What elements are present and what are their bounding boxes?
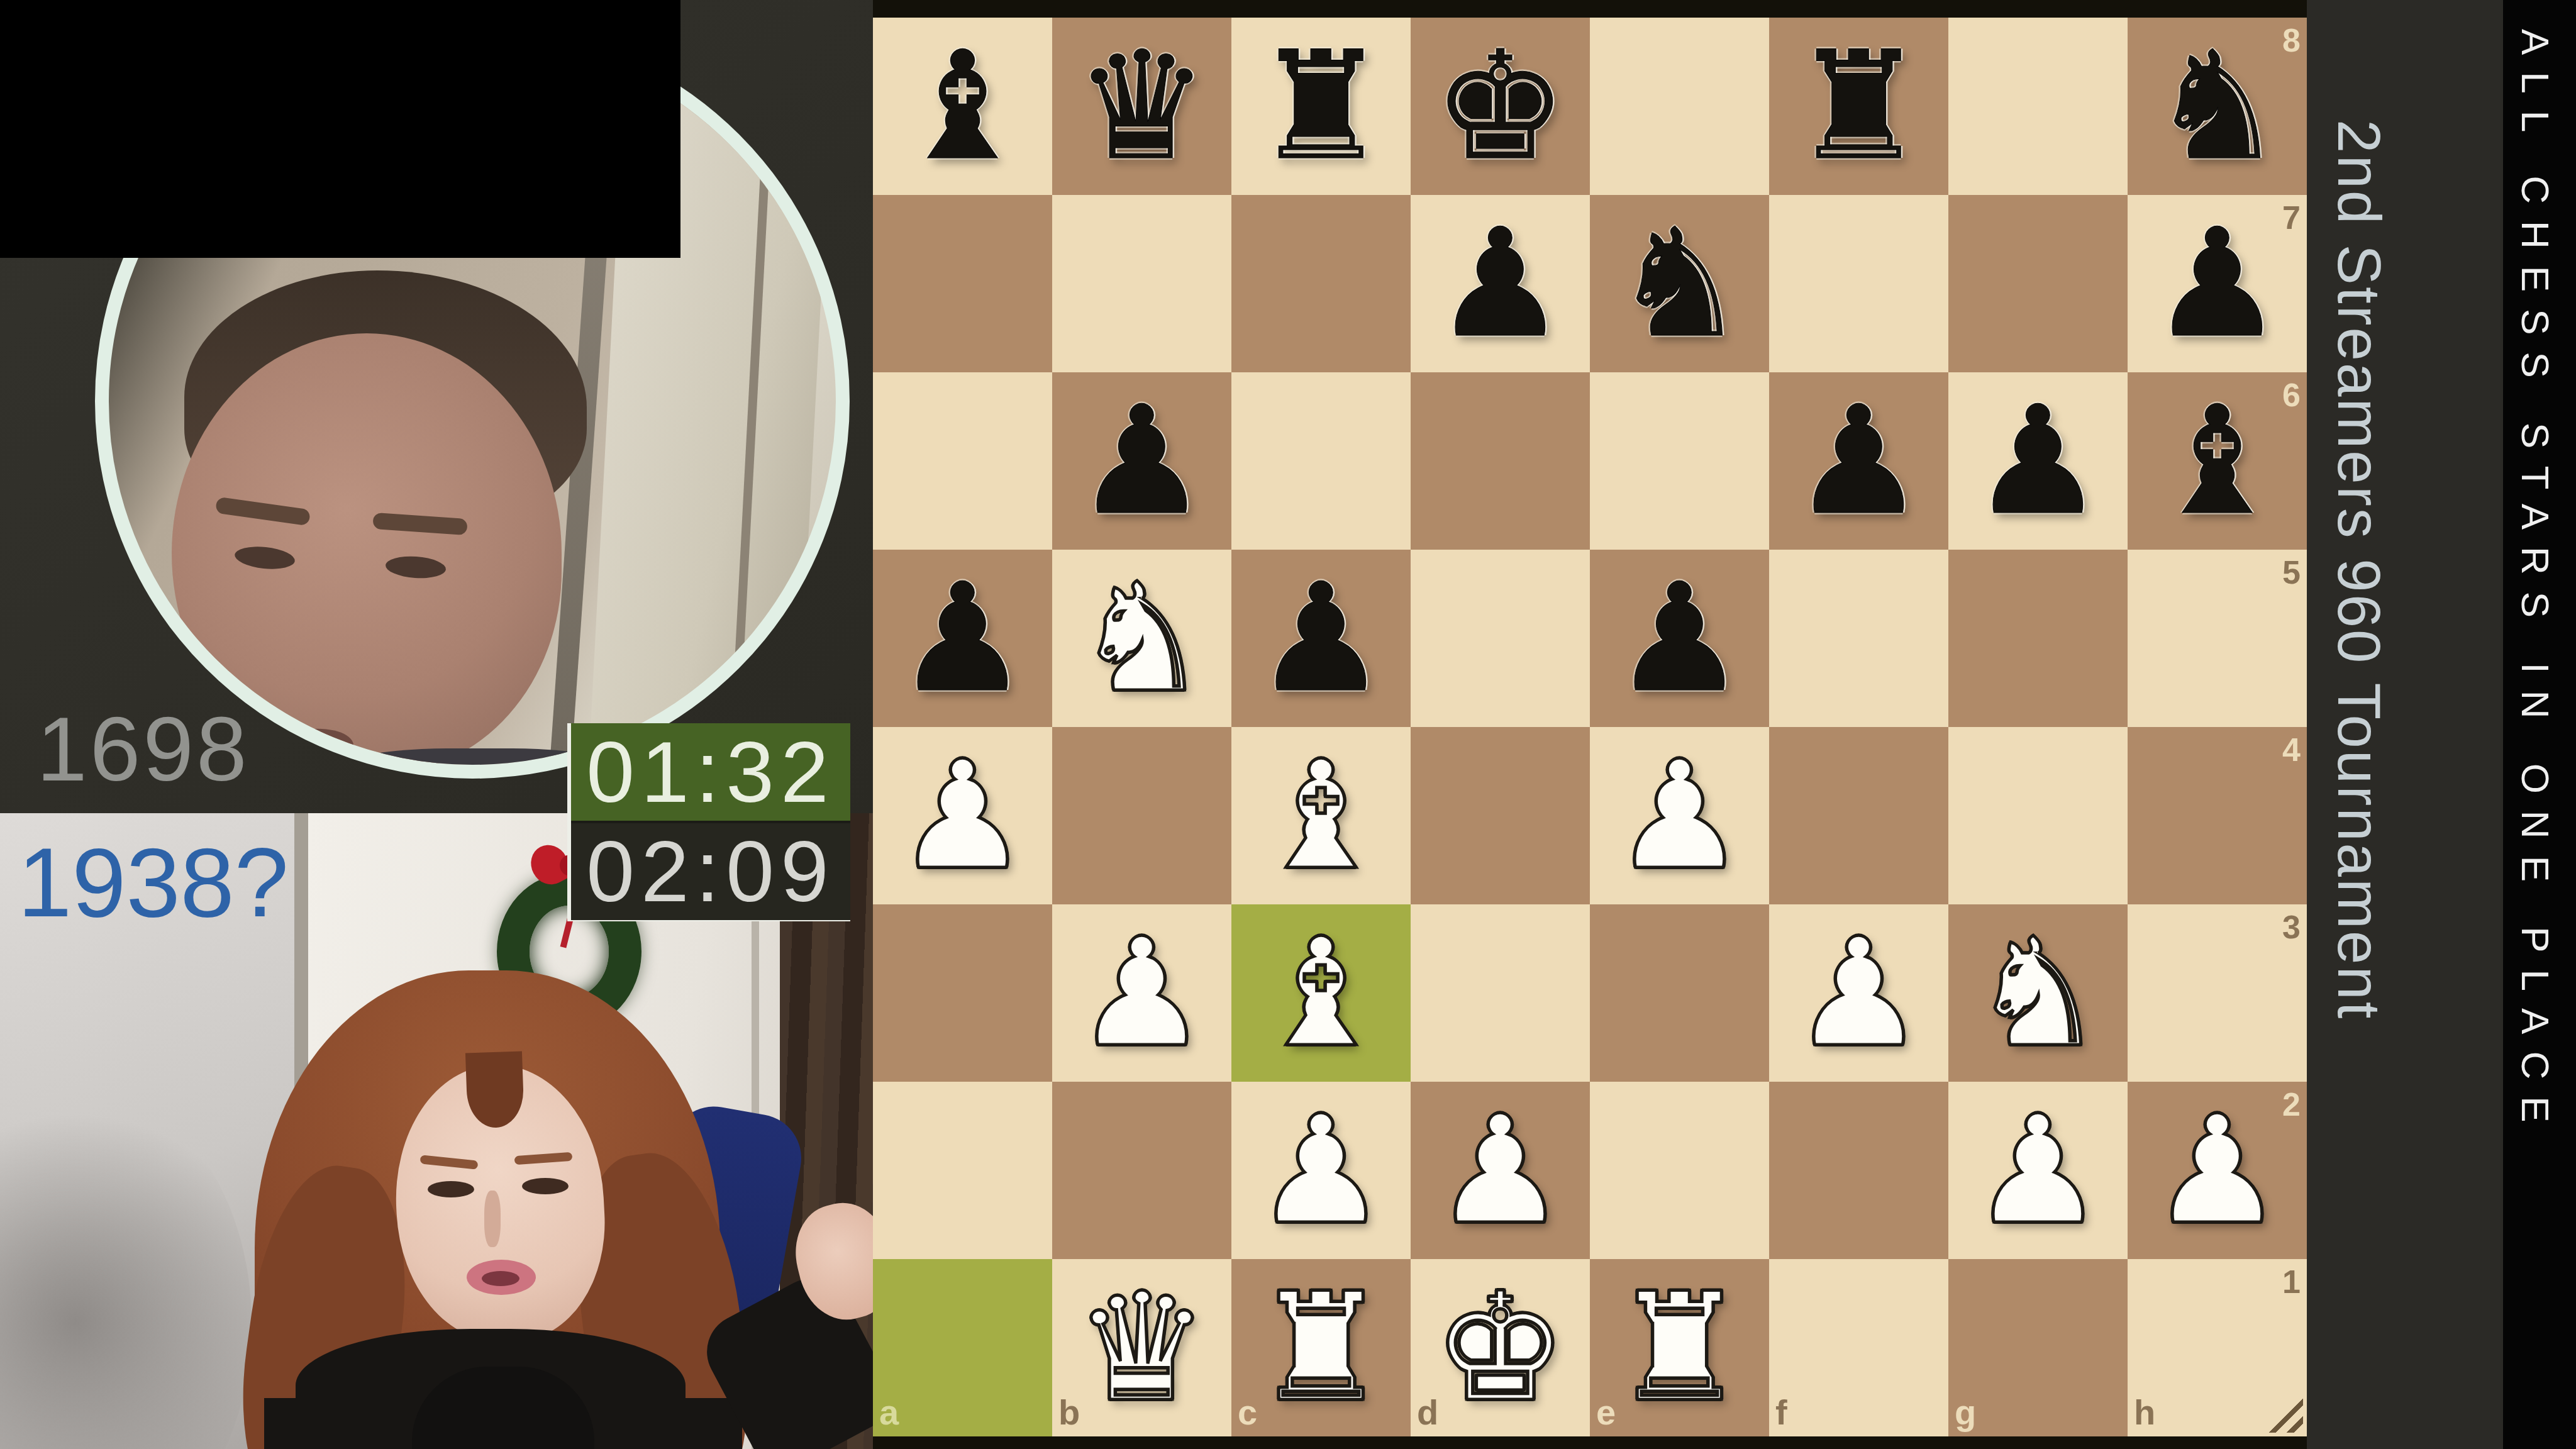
- black-pawn-f6[interactable]: ♟: [1769, 372, 1948, 550]
- white-pawn-f3[interactable]: ♟: [1769, 904, 1948, 1082]
- square-c7[interactable]: [1231, 195, 1411, 372]
- board-resize-handle-icon[interactable]: [2263, 1392, 2303, 1433]
- rank-label-3: 3: [2282, 908, 2301, 946]
- square-a4[interactable]: ♟: [873, 727, 1052, 904]
- black-pawn-a5[interactable]: ♟: [873, 550, 1052, 727]
- white-bishop-c3[interactable]: ♝: [1231, 904, 1411, 1082]
- square-h5[interactable]: 5: [2128, 550, 2307, 727]
- opponent-clock: 01:32: [571, 723, 850, 821]
- board-bottom-border: [873, 1436, 2307, 1449]
- rank-label-5: 5: [2282, 553, 2301, 591]
- white-pawn-g2[interactable]: ♟: [1948, 1082, 2128, 1259]
- square-g5[interactable]: [1948, 550, 2128, 727]
- square-g1[interactable]: g: [1948, 1259, 2128, 1436]
- file-label-f: f: [1775, 1392, 1787, 1433]
- black-overlay-box: [0, 0, 680, 258]
- square-a5[interactable]: ♟: [873, 550, 1052, 727]
- square-b2[interactable]: [1052, 1082, 1231, 1259]
- streamer-rating: 1938?: [18, 827, 289, 939]
- black-bishop-h6[interactable]: ♝: [2128, 372, 2307, 550]
- clock-panel: 01:32 02:09: [567, 723, 850, 921]
- white-pawn-a4[interactable]: ♟: [873, 727, 1052, 904]
- square-c3[interactable]: ♝: [1231, 904, 1411, 1082]
- white-knight-g3[interactable]: ♞: [1948, 904, 2128, 1082]
- white-pawn-b3[interactable]: ♟: [1052, 904, 1231, 1082]
- streamer-eye: [522, 1178, 569, 1194]
- square-a2[interactable]: [873, 1082, 1052, 1259]
- square-e5[interactable]: ♟: [1590, 550, 1769, 727]
- square-g4[interactable]: [1948, 727, 2128, 904]
- square-g6[interactable]: ♟: [1948, 372, 2128, 550]
- square-b4[interactable]: [1052, 727, 1231, 904]
- square-h3[interactable]: 3: [2128, 904, 2307, 1082]
- black-pawn-b6[interactable]: ♟: [1052, 372, 1231, 550]
- square-d8[interactable]: ♚: [1411, 18, 1590, 195]
- file-label-g: g: [1955, 1392, 1976, 1433]
- square-a7[interactable]: [873, 195, 1052, 372]
- black-knight-h8[interactable]: ♞: [2128, 18, 2307, 195]
- chess-board[interactable]: ♝♛♜♚♜♞8♟♞♟7♟♟♟♝6♟♞♟♟5♟♝♟4♟♝♟♞3♟♟♟♟2a♛b♜c…: [873, 18, 2307, 1436]
- stream-overlay: 1698 1938? 01:32 02:09: [0, 0, 2576, 1449]
- square-f6[interactable]: ♟: [1769, 372, 1948, 550]
- square-b8[interactable]: ♛: [1052, 18, 1231, 195]
- white-pawn-d2[interactable]: ♟: [1411, 1082, 1590, 1259]
- black-king-d8[interactable]: ♚: [1411, 18, 1590, 195]
- square-e1[interactable]: ♜e: [1590, 1259, 1769, 1436]
- rank-label-8: 8: [2282, 21, 2301, 59]
- square-f7[interactable]: [1769, 195, 1948, 372]
- square-g8[interactable]: [1948, 18, 2128, 195]
- streamer-eye: [428, 1181, 474, 1197]
- square-h2[interactable]: ♟2: [2128, 1082, 2307, 1259]
- square-d7[interactable]: ♟: [1411, 195, 1590, 372]
- rank-label-7: 7: [2282, 199, 2301, 236]
- square-b7[interactable]: [1052, 195, 1231, 372]
- white-knight-b5[interactable]: ♞: [1052, 550, 1231, 727]
- rank-label-1: 1: [2282, 1263, 2301, 1301]
- black-bishop-a8[interactable]: ♝: [873, 18, 1052, 195]
- channel-banner-text: ALL CHESS STARS IN ONE PLACE: [2513, 29, 2558, 1449]
- square-f1[interactable]: f: [1769, 1259, 1948, 1436]
- black-pawn-h7[interactable]: ♟: [2128, 195, 2307, 372]
- white-pawn-e4[interactable]: ♟: [1590, 727, 1769, 904]
- square-g2[interactable]: ♟: [1948, 1082, 2128, 1259]
- rank-label-2: 2: [2282, 1085, 2301, 1123]
- square-h4[interactable]: 4: [2128, 727, 2307, 904]
- streamer-clock: 02:09: [571, 821, 850, 921]
- square-d4[interactable]: [1411, 727, 1590, 904]
- square-e8[interactable]: [1590, 18, 1769, 195]
- square-c1[interactable]: ♜c: [1231, 1259, 1411, 1436]
- square-e2[interactable]: [1590, 1082, 1769, 1259]
- white-bishop-c4[interactable]: ♝: [1231, 727, 1411, 904]
- black-pawn-g6[interactable]: ♟: [1948, 372, 2128, 550]
- square-f4[interactable]: [1769, 727, 1948, 904]
- file-label-h: h: [2134, 1392, 2155, 1433]
- square-e7[interactable]: ♞: [1590, 195, 1769, 372]
- rank-label-6: 6: [2282, 376, 2301, 414]
- square-a6[interactable]: [873, 372, 1052, 550]
- square-h8[interactable]: ♞8: [2128, 18, 2307, 195]
- file-label-c: c: [1238, 1392, 1257, 1433]
- black-pawn-e5[interactable]: ♟: [1590, 550, 1769, 727]
- square-h1[interactable]: h1: [2128, 1259, 2307, 1436]
- square-d2[interactable]: ♟: [1411, 1082, 1590, 1259]
- square-c2[interactable]: ♟: [1231, 1082, 1411, 1259]
- white-pawn-h2[interactable]: ♟: [2128, 1082, 2307, 1259]
- square-b1[interactable]: ♛b: [1052, 1259, 1231, 1436]
- black-pawn-c5[interactable]: ♟: [1231, 550, 1411, 727]
- square-e4[interactable]: ♟: [1590, 727, 1769, 904]
- black-rook-c8[interactable]: ♜: [1231, 18, 1411, 195]
- file-label-b: b: [1058, 1392, 1080, 1433]
- square-f5[interactable]: [1769, 550, 1948, 727]
- black-pawn-d7[interactable]: ♟: [1411, 195, 1590, 372]
- square-c5[interactable]: ♟: [1231, 550, 1411, 727]
- file-label-e: e: [1596, 1392, 1616, 1433]
- square-g7[interactable]: [1948, 195, 2128, 372]
- rank-label-4: 4: [2282, 731, 2301, 769]
- square-c6[interactable]: [1231, 372, 1411, 550]
- opponent-rating: 1698: [36, 697, 250, 802]
- square-d6[interactable]: [1411, 372, 1590, 550]
- file-label-d: d: [1417, 1392, 1438, 1433]
- square-d1[interactable]: ♚d: [1411, 1259, 1590, 1436]
- black-rook-f8[interactable]: ♜: [1769, 18, 1948, 195]
- streamer-mouth: [482, 1271, 519, 1286]
- square-h7[interactable]: ♟7: [2128, 195, 2307, 372]
- square-f2[interactable]: [1769, 1082, 1948, 1259]
- square-g3[interactable]: ♞: [1948, 904, 2128, 1082]
- streamer-nose: [484, 1191, 501, 1247]
- square-d3[interactable]: [1411, 904, 1590, 1082]
- white-rook-c1[interactable]: ♜: [1231, 1259, 1411, 1436]
- square-f3[interactable]: ♟: [1769, 904, 1948, 1082]
- opponent-webcam: 1698: [0, 0, 873, 813]
- square-e6[interactable]: [1590, 372, 1769, 550]
- file-label-a: a: [879, 1392, 899, 1433]
- square-b5[interactable]: ♞: [1052, 550, 1231, 727]
- square-c8[interactable]: ♜: [1231, 18, 1411, 195]
- black-queen-b8[interactable]: ♛: [1052, 18, 1231, 195]
- square-a3[interactable]: [873, 904, 1052, 1082]
- white-pawn-c2[interactable]: ♟: [1231, 1082, 1411, 1259]
- square-h6[interactable]: ♝6: [2128, 372, 2307, 550]
- square-f8[interactable]: ♜: [1769, 18, 1948, 195]
- square-a1[interactable]: a: [873, 1259, 1052, 1436]
- white-rook-e1[interactable]: ♜: [1590, 1259, 1769, 1436]
- square-b3[interactable]: ♟: [1052, 904, 1231, 1082]
- square-d5[interactable]: [1411, 550, 1590, 727]
- board-top-border: [873, 0, 2307, 18]
- black-knight-e7[interactable]: ♞: [1590, 195, 1769, 372]
- square-b6[interactable]: ♟: [1052, 372, 1231, 550]
- tournament-title: 2nd Streamers 960 Tournament: [2324, 119, 2394, 1440]
- square-a8[interactable]: ♝: [873, 18, 1052, 195]
- square-c4[interactable]: ♝: [1231, 727, 1411, 904]
- square-e3[interactable]: [1590, 904, 1769, 1082]
